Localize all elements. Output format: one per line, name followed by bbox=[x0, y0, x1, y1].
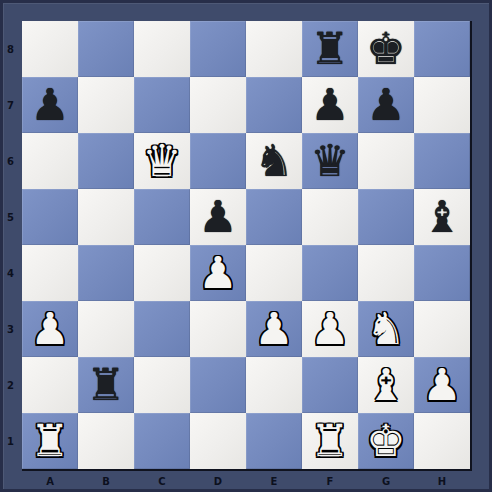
square-e1[interactable] bbox=[246, 413, 302, 469]
square-g5[interactable] bbox=[358, 189, 414, 245]
square-b5[interactable] bbox=[78, 189, 134, 245]
black-pawn[interactable]: ♟ bbox=[22, 77, 78, 133]
square-d6[interactable] bbox=[190, 133, 246, 189]
square-e7[interactable] bbox=[246, 77, 302, 133]
white-bishop[interactable]: ♝ bbox=[358, 357, 414, 413]
square-b2[interactable]: ♜ bbox=[78, 357, 134, 413]
white-rook[interactable]: ♜ bbox=[22, 413, 78, 469]
square-h2[interactable]: ♟ bbox=[414, 357, 470, 413]
black-pawn[interactable]: ♟ bbox=[358, 77, 414, 133]
square-g8[interactable]: ♚ bbox=[358, 21, 414, 77]
square-e5[interactable] bbox=[246, 189, 302, 245]
black-rook[interactable]: ♜ bbox=[78, 357, 134, 413]
file-label-e: E bbox=[246, 472, 302, 490]
square-a2[interactable] bbox=[22, 357, 78, 413]
square-f3[interactable]: ♟ bbox=[302, 301, 358, 357]
square-h4[interactable] bbox=[414, 245, 470, 301]
square-d2[interactable] bbox=[190, 357, 246, 413]
square-h6[interactable] bbox=[414, 133, 470, 189]
square-a8[interactable] bbox=[22, 21, 78, 77]
white-king[interactable]: ♚ bbox=[358, 413, 414, 469]
square-h7[interactable] bbox=[414, 77, 470, 133]
white-pawn[interactable]: ♟ bbox=[414, 357, 470, 413]
square-f6[interactable]: ♛ bbox=[302, 133, 358, 189]
square-c1[interactable] bbox=[134, 413, 190, 469]
square-b6[interactable] bbox=[78, 133, 134, 189]
file-label-c: C bbox=[134, 472, 190, 490]
black-knight[interactable]: ♞ bbox=[246, 133, 302, 189]
square-a3[interactable]: ♟ bbox=[22, 301, 78, 357]
square-e8[interactable] bbox=[246, 21, 302, 77]
white-queen[interactable]: ♛ bbox=[134, 133, 190, 189]
square-e6[interactable]: ♞ bbox=[246, 133, 302, 189]
rank-label-1: 1 bbox=[0, 413, 21, 469]
square-h1[interactable] bbox=[414, 413, 470, 469]
square-d4[interactable]: ♟ bbox=[190, 245, 246, 301]
white-rook[interactable]: ♜ bbox=[302, 413, 358, 469]
square-e2[interactable] bbox=[246, 357, 302, 413]
square-g6[interactable] bbox=[358, 133, 414, 189]
square-g2[interactable]: ♝ bbox=[358, 357, 414, 413]
black-queen[interactable]: ♛ bbox=[302, 133, 358, 189]
rank-label-7: 7 bbox=[0, 77, 21, 133]
square-b4[interactable] bbox=[78, 245, 134, 301]
square-f5[interactable] bbox=[302, 189, 358, 245]
square-c8[interactable] bbox=[134, 21, 190, 77]
chess-diagram: { "game": "chess", "position": "5rk1/p4p… bbox=[0, 0, 492, 492]
square-g3[interactable]: ♞ bbox=[358, 301, 414, 357]
square-d1[interactable] bbox=[190, 413, 246, 469]
square-f1[interactable]: ♜ bbox=[302, 413, 358, 469]
square-c3[interactable] bbox=[134, 301, 190, 357]
white-pawn[interactable]: ♟ bbox=[246, 301, 302, 357]
square-c5[interactable] bbox=[134, 189, 190, 245]
square-a4[interactable] bbox=[22, 245, 78, 301]
square-b1[interactable] bbox=[78, 413, 134, 469]
rank-label-5: 5 bbox=[0, 189, 21, 245]
square-f8[interactable]: ♜ bbox=[302, 21, 358, 77]
white-pawn[interactable]: ♟ bbox=[302, 301, 358, 357]
file-label-g: G bbox=[358, 472, 414, 490]
square-h3[interactable] bbox=[414, 301, 470, 357]
square-h5[interactable]: ♝ bbox=[414, 189, 470, 245]
square-a7[interactable]: ♟ bbox=[22, 77, 78, 133]
square-c6[interactable]: ♛ bbox=[134, 133, 190, 189]
square-f4[interactable] bbox=[302, 245, 358, 301]
square-e3[interactable]: ♟ bbox=[246, 301, 302, 357]
chess-board: ♜♚♟♟♟♛♞♛♟♝♟♟♟♟♞♜♝♟♜♜♚ bbox=[22, 21, 472, 471]
file-label-h: H bbox=[414, 472, 470, 490]
square-a5[interactable] bbox=[22, 189, 78, 245]
rank-label-3: 3 bbox=[0, 301, 21, 357]
square-g1[interactable]: ♚ bbox=[358, 413, 414, 469]
square-h8[interactable] bbox=[414, 21, 470, 77]
rank-label-4: 4 bbox=[0, 245, 21, 301]
square-e4[interactable] bbox=[246, 245, 302, 301]
white-knight[interactable]: ♞ bbox=[358, 301, 414, 357]
square-d7[interactable] bbox=[190, 77, 246, 133]
file-label-a: A bbox=[22, 472, 78, 490]
black-pawn[interactable]: ♟ bbox=[190, 189, 246, 245]
square-f2[interactable] bbox=[302, 357, 358, 413]
rank-label-6: 6 bbox=[0, 133, 21, 189]
square-a1[interactable]: ♜ bbox=[22, 413, 78, 469]
square-c4[interactable] bbox=[134, 245, 190, 301]
square-g4[interactable] bbox=[358, 245, 414, 301]
square-c2[interactable] bbox=[134, 357, 190, 413]
square-f7[interactable]: ♟ bbox=[302, 77, 358, 133]
square-c7[interactable] bbox=[134, 77, 190, 133]
rank-label-2: 2 bbox=[0, 357, 21, 413]
black-bishop[interactable]: ♝ bbox=[414, 189, 470, 245]
square-b8[interactable] bbox=[78, 21, 134, 77]
white-pawn[interactable]: ♟ bbox=[190, 245, 246, 301]
square-a6[interactable] bbox=[22, 133, 78, 189]
black-rook[interactable]: ♜ bbox=[302, 21, 358, 77]
square-d3[interactable] bbox=[190, 301, 246, 357]
file-label-b: B bbox=[78, 472, 134, 490]
square-d5[interactable]: ♟ bbox=[190, 189, 246, 245]
square-g7[interactable]: ♟ bbox=[358, 77, 414, 133]
black-pawn[interactable]: ♟ bbox=[302, 77, 358, 133]
black-king[interactable]: ♚ bbox=[358, 21, 414, 77]
square-b3[interactable] bbox=[78, 301, 134, 357]
rank-label-8: 8 bbox=[0, 21, 21, 77]
white-pawn[interactable]: ♟ bbox=[22, 301, 78, 357]
square-d8[interactable] bbox=[190, 21, 246, 77]
file-label-f: F bbox=[302, 472, 358, 490]
file-label-d: D bbox=[190, 472, 246, 490]
square-b7[interactable] bbox=[78, 77, 134, 133]
